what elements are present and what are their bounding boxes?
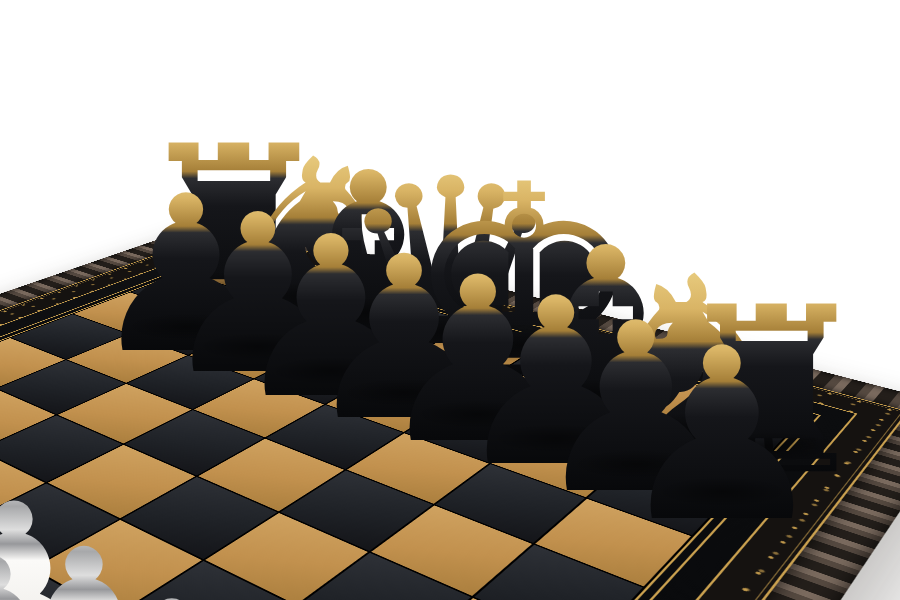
white-pawn-f2[interactable]: ♟	[65, 571, 278, 600]
black-pawn-h7[interactable]: ♟	[615, 317, 828, 555]
chess-set-photo: ♜♞♝♟♛♚♟♟♟♝♟♞♟♜♟♟♟♟♟♟	[0, 0, 900, 600]
